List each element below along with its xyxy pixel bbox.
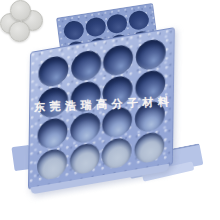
tray-hole — [134, 131, 164, 165]
tray-hole — [135, 38, 165, 72]
tray-hole — [37, 147, 67, 181]
tray-hole — [70, 111, 100, 145]
product-photo: 东莞浩瑞高分子材料 — [0, 0, 220, 220]
foam-disc — [9, 21, 30, 42]
tray-hole — [103, 43, 133, 77]
tray-hole — [39, 54, 69, 88]
tray-hole — [71, 49, 101, 83]
tray-hole — [106, 13, 128, 35]
tray-hole — [63, 20, 85, 42]
tray-hole — [102, 136, 132, 170]
tray-hole — [38, 116, 68, 150]
tray-hole — [84, 16, 106, 38]
foam-discs — [0, 0, 50, 46]
tray-hole — [128, 10, 150, 32]
foam-disc — [10, 0, 31, 21]
tray-hole — [69, 142, 99, 176]
